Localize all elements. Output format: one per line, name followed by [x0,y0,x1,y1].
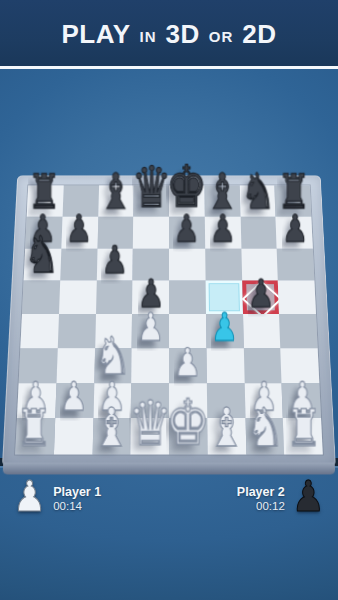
square-b4[interactable] [58,314,96,348]
header-word-play: PLAY [62,19,131,50]
player1-info: ♟ Player 1 00:14 [13,482,108,518]
black-knight-g8[interactable]: ♞ [241,166,276,216]
square-f3[interactable] [206,348,244,383]
player2-clock: 00:12 [256,500,285,513]
square-g5[interactable]: ♟ [242,281,280,314]
board-front-rail [3,463,336,475]
square-e5[interactable] [169,281,206,314]
black-bishop-c8[interactable]: ♝ [98,166,133,216]
square-e7[interactable]: ♟ [169,217,205,249]
white-king-e1[interactable]: ♚ [166,391,210,454]
square-h7[interactable]: ♟ [276,217,313,249]
square-f6[interactable] [205,248,242,280]
square-a5[interactable] [22,281,60,314]
header-word-2d: 2D [242,19,276,50]
header-word-3d: 3D [165,19,199,50]
player1-clock: 00:14 [53,500,101,513]
square-f7[interactable]: ♟ [205,217,241,249]
square-c5[interactable] [96,281,133,314]
square-g8[interactable]: ♞ [239,185,275,216]
white-pawn-d4[interactable]: ♟ [137,308,164,347]
square-g1[interactable]: ♞ [245,418,284,454]
square-e6[interactable] [169,248,205,280]
black-pawn-g5[interactable]: ♟ [247,275,274,313]
white-bishop-f1[interactable]: ♝ [208,400,246,454]
square-d7[interactable] [133,217,169,249]
player2-info: Player 2 00:12 ♟ [230,482,325,518]
white-pawn-b2[interactable]: ♟ [60,377,88,417]
player2-name: Player 2 [237,485,285,499]
square-d3[interactable] [131,348,169,383]
black-pawn-f7[interactable]: ♟ [210,210,236,248]
white-rook-h1[interactable]: ♜ [286,403,322,454]
square-a6[interactable]: ♞ [24,248,62,280]
black-pawn-e7[interactable]: ♟ [174,210,200,248]
app-screen: PLAY IN 3D OR 2D ♜♝♛♚♝♞♜♟♟♟♟♟♞♟♟♟♟♟♞♟♟♟♟… [0,0,338,600]
black-knight-a6[interactable]: ♞ [24,229,59,280]
square-e1[interactable]: ♚ [169,418,207,454]
square-d8[interactable]: ♛ [133,185,169,216]
square-f1[interactable]: ♝ [207,418,246,454]
white-pawn-e3[interactable]: ♟ [174,342,202,381]
square-c8[interactable]: ♝ [98,185,134,216]
black-pawn-c6[interactable]: ♟ [101,242,128,280]
square-e3[interactable]: ♟ [169,348,207,383]
square-b1[interactable] [54,418,93,454]
square-a1[interactable]: ♜ [15,418,55,454]
square-d4[interactable]: ♟ [132,314,169,348]
chess-board-3d: ♜♝♛♚♝♞♜♟♟♟♟♟♞♟♟♟♟♟♞♟♟♟♟♟♟♜♝♛♚♝♞♜ [3,176,335,465]
black-pawn-b7[interactable]: ♟ [66,210,92,248]
square-c6[interactable]: ♟ [96,248,133,280]
header-banner: PLAY IN 3D OR 2D [0,0,338,69]
square-f4[interactable]: ♟ [206,314,244,348]
square-h5[interactable] [278,281,316,314]
white-knight-g1[interactable]: ♞ [246,400,284,454]
square-h1[interactable]: ♜ [283,418,323,454]
square-g7[interactable] [240,217,277,249]
square-b2[interactable]: ♟ [55,383,94,419]
white-pawn-f4[interactable]: ♟ [211,308,238,347]
square-d1[interactable]: ♛ [131,418,169,454]
square-h4[interactable] [279,314,317,348]
white-bishop-c1[interactable]: ♝ [93,400,131,454]
square-a4[interactable] [20,314,58,348]
header-word-in: IN [139,25,156,45]
square-h6[interactable] [277,248,315,280]
square-b7[interactable]: ♟ [61,217,98,249]
square-g4[interactable] [243,314,281,348]
header-word-or: OR [209,25,234,45]
chess-board-grid: ♜♝♛♚♝♞♜♟♟♟♟♟♞♟♟♟♟♟♞♟♟♟♟♟♟♜♝♛♚♝♞♜ [15,185,323,454]
player1-name: Player 1 [53,485,101,499]
black-pawn-h7[interactable]: ♟ [282,210,308,248]
square-b6[interactable] [60,248,97,280]
black-pawn-icon: ♟ [292,477,325,518]
white-rook-a1[interactable]: ♜ [17,403,53,454]
square-c1[interactable]: ♝ [92,418,131,454]
square-b5[interactable] [59,281,97,314]
white-pawn-icon: ♟ [13,477,46,518]
